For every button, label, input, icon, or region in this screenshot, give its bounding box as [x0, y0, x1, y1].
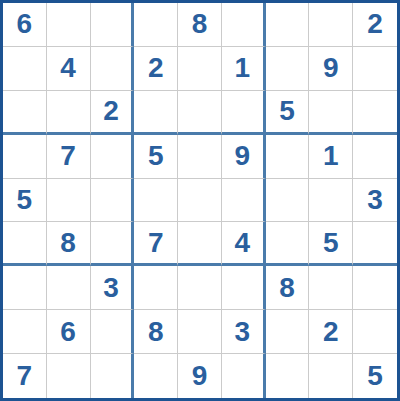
- cell-r1c2[interactable]: [47, 3, 91, 47]
- cell-r8c7[interactable]: [266, 310, 310, 354]
- cell-r4c6[interactable]: 9: [222, 135, 266, 179]
- cell-r1c6[interactable]: [222, 3, 266, 47]
- cell-digit: 5: [148, 140, 164, 172]
- cell-r4c5[interactable]: [178, 135, 222, 179]
- cell-r4c2[interactable]: 7: [47, 135, 91, 179]
- cell-digit: 9: [234, 140, 250, 172]
- cell-r2c9[interactable]: [353, 47, 397, 91]
- cell-digit: 7: [17, 360, 33, 392]
- cell-r4c8[interactable]: 1: [309, 135, 353, 179]
- cell-digit: 5: [279, 95, 295, 127]
- cell-r2c4[interactable]: 2: [134, 47, 178, 91]
- cell-r4c9[interactable]: [353, 135, 397, 179]
- cell-digit: 6: [60, 316, 76, 348]
- cell-r5c8[interactable]: [309, 179, 353, 223]
- cell-digit: 9: [323, 52, 339, 84]
- cell-r9c7[interactable]: [266, 354, 310, 398]
- cell-r7c1[interactable]: [3, 266, 47, 310]
- cell-r9c5[interactable]: 9: [178, 354, 222, 398]
- cell-r1c5[interactable]: 8: [178, 3, 222, 47]
- cell-r7c7[interactable]: 8: [266, 266, 310, 310]
- cell-r8c6[interactable]: 3: [222, 310, 266, 354]
- cell-r1c1[interactable]: 6: [3, 3, 47, 47]
- cell-digit: 2: [103, 95, 119, 127]
- cell-r3c4[interactable]: [134, 91, 178, 135]
- cell-digit: 1: [323, 140, 339, 172]
- cell-r5c1[interactable]: 5: [3, 179, 47, 223]
- cell-r5c4[interactable]: [134, 179, 178, 223]
- cell-r1c4[interactable]: [134, 3, 178, 47]
- cell-r6c1[interactable]: [3, 222, 47, 266]
- cell-digit: 7: [60, 140, 76, 172]
- cell-r6c9[interactable]: [353, 222, 397, 266]
- cell-r6c7[interactable]: [266, 222, 310, 266]
- cell-digit: 7: [148, 227, 164, 259]
- cell-r9c6[interactable]: [222, 354, 266, 398]
- cell-r4c4[interactable]: 5: [134, 135, 178, 179]
- cell-r2c7[interactable]: [266, 47, 310, 91]
- cell-digit: 5: [17, 184, 33, 216]
- cell-r3c8[interactable]: [309, 91, 353, 135]
- cell-r5c7[interactable]: [266, 179, 310, 223]
- cell-r9c3[interactable]: [91, 354, 135, 398]
- cell-r7c5[interactable]: [178, 266, 222, 310]
- cell-r8c2[interactable]: 6: [47, 310, 91, 354]
- cell-digit: 8: [148, 316, 164, 348]
- cell-r8c8[interactable]: 2: [309, 310, 353, 354]
- cell-digit: 3: [367, 184, 383, 216]
- cell-digit: 2: [367, 8, 383, 40]
- cell-r2c6[interactable]: 1: [222, 47, 266, 91]
- cell-r2c8[interactable]: 9: [309, 47, 353, 91]
- cell-r3c3[interactable]: 2: [91, 91, 135, 135]
- cell-r6c5[interactable]: [178, 222, 222, 266]
- cell-r3c7[interactable]: 5: [266, 91, 310, 135]
- cell-r2c1[interactable]: [3, 47, 47, 91]
- cell-r6c2[interactable]: 8: [47, 222, 91, 266]
- cell-r6c6[interactable]: 4: [222, 222, 266, 266]
- cell-r8c4[interactable]: 8: [134, 310, 178, 354]
- cell-digit: 4: [60, 52, 76, 84]
- cell-r9c9[interactable]: 5: [353, 354, 397, 398]
- cell-r9c8[interactable]: [309, 354, 353, 398]
- cell-r5c5[interactable]: [178, 179, 222, 223]
- cell-r7c6[interactable]: [222, 266, 266, 310]
- cell-r7c8[interactable]: [309, 266, 353, 310]
- cell-r2c2[interactable]: 4: [47, 47, 91, 91]
- cell-r1c3[interactable]: [91, 3, 135, 47]
- cell-r9c2[interactable]: [47, 354, 91, 398]
- cell-r4c1[interactable]: [3, 135, 47, 179]
- cell-digit: 3: [103, 272, 119, 304]
- cell-digit: 8: [192, 8, 208, 40]
- cell-digit: 9: [192, 360, 208, 392]
- cell-r9c4[interactable]: [134, 354, 178, 398]
- cell-r9c1[interactable]: 7: [3, 354, 47, 398]
- cell-digit: 3: [234, 316, 250, 348]
- cell-r6c4[interactable]: 7: [134, 222, 178, 266]
- cell-r7c9[interactable]: [353, 266, 397, 310]
- cell-digit: 2: [148, 52, 164, 84]
- cell-r2c5[interactable]: [178, 47, 222, 91]
- cell-digit: 4: [234, 227, 250, 259]
- cell-r8c1[interactable]: [3, 310, 47, 354]
- cell-r1c7[interactable]: [266, 3, 310, 47]
- cell-r1c8[interactable]: [309, 3, 353, 47]
- cell-r5c6[interactable]: [222, 179, 266, 223]
- sudoku-board: 6824219257591538745386832795: [0, 0, 400, 401]
- cell-r7c2[interactable]: [47, 266, 91, 310]
- cell-digit: 5: [323, 227, 339, 259]
- cell-r8c3[interactable]: [91, 310, 135, 354]
- cell-r8c9[interactable]: [353, 310, 397, 354]
- cell-r4c3[interactable]: [91, 135, 135, 179]
- cell-r3c6[interactable]: [222, 91, 266, 135]
- cell-digit: 5: [367, 360, 383, 392]
- cell-r3c9[interactable]: [353, 91, 397, 135]
- cell-r5c9[interactable]: 3: [353, 179, 397, 223]
- cell-r5c3[interactable]: [91, 179, 135, 223]
- cell-digit: 6: [17, 8, 33, 40]
- cell-digit: 2: [323, 316, 339, 348]
- cell-r7c4[interactable]: [134, 266, 178, 310]
- cell-digit: 1: [234, 52, 250, 84]
- cell-digit: 8: [60, 227, 76, 259]
- cell-r2c3[interactable]: [91, 47, 135, 91]
- cell-r4c7[interactable]: [266, 135, 310, 179]
- cell-digit: 8: [279, 272, 295, 304]
- cell-r3c1[interactable]: [3, 91, 47, 135]
- cell-r6c8[interactable]: 5: [309, 222, 353, 266]
- cell-r8c5[interactable]: [178, 310, 222, 354]
- cell-r1c9[interactable]: 2: [353, 3, 397, 47]
- cell-r3c2[interactable]: [47, 91, 91, 135]
- cell-r7c3[interactable]: 3: [91, 266, 135, 310]
- cell-r3c5[interactable]: [178, 91, 222, 135]
- cell-r6c3[interactable]: [91, 222, 135, 266]
- cell-r5c2[interactable]: [47, 179, 91, 223]
